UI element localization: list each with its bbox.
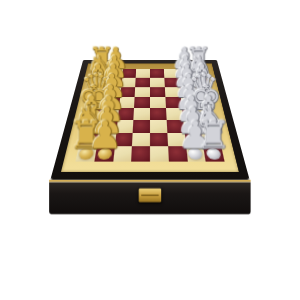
piece-white-pawn-h2: ♟ [94,146,114,161]
latch-clasp [139,188,161,202]
square-b4 [135,78,150,87]
scene: ♜♞♝♛♚♝♞♜♟♟♟♟♟♟♟♟♟♟♟♟♟♟♟♟♜♞♝♛♚♝♞♜ [0,0,300,300]
black-rook-glyph: ♜ [193,116,235,154]
square-a5 [150,69,164,78]
case-front [49,180,251,215]
square-a4 [136,69,150,78]
square-d5 [150,97,166,108]
square-c5 [150,87,165,97]
white-pawn-glyph: ♟ [84,116,126,154]
case-lid-top: ♜♞♝♛♚♝♞♜♟♟♟♟♟♟♟♟♟♟♟♟♟♟♟♟♜♞♝♛♚♝♞♜ [50,60,249,180]
chess-set-photo: ♜♞♝♛♚♝♞♜♟♟♟♟♟♟♟♟♟♟♟♟♟♟♟♟♜♞♝♛♚♝♞♜ [0,0,300,300]
chess-case: ♜♞♝♛♚♝♞♜♟♟♟♟♟♟♟♟♟♟♟♟♟♟♟♟♜♞♝♛♚♝♞♜ [50,60,249,180]
square-d4 [134,97,150,108]
piece-black-rook-h8: ♜ [203,146,224,161]
square-c4 [135,87,150,97]
square-b5 [150,78,165,87]
latch-seam [141,195,158,196]
